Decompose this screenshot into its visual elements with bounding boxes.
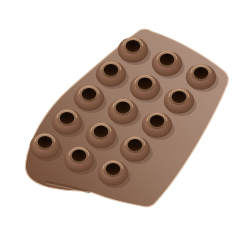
cavity-hole	[138, 78, 153, 90]
cavity-hole	[104, 64, 119, 76]
cavity-hole	[128, 139, 143, 151]
cavity-hole	[106, 163, 121, 175]
cavity-hole	[126, 40, 141, 52]
cavity-hole	[160, 54, 175, 66]
cavity-hole	[72, 150, 87, 162]
cavity-hole	[172, 91, 187, 103]
cavity-hole	[94, 126, 109, 138]
cavity-hole	[38, 136, 53, 148]
cavity-hole	[150, 115, 165, 127]
cavity-hole	[60, 112, 75, 124]
cavity-hole	[116, 102, 131, 114]
cavity-hole	[194, 67, 209, 79]
photo-canvas	[0, 0, 240, 240]
chocolate-mold-photo	[0, 0, 240, 240]
cavity-hole	[82, 88, 97, 100]
